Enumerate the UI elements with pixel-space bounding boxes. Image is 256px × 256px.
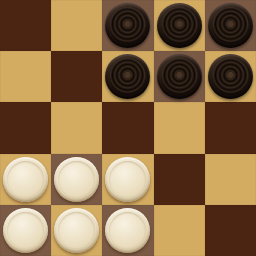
light-checker-piece[interactable]	[105, 157, 150, 202]
board-square[interactable]	[0, 205, 51, 256]
board-square[interactable]	[154, 0, 205, 51]
board-square[interactable]	[205, 51, 256, 102]
dark-checker-piece[interactable]	[208, 54, 253, 99]
board-square[interactable]	[51, 0, 102, 51]
light-checker-piece[interactable]	[3, 208, 48, 253]
board-square[interactable]	[0, 154, 51, 205]
board-square[interactable]	[0, 0, 51, 51]
light-checker-piece[interactable]	[54, 157, 99, 202]
dark-checker-piece[interactable]	[157, 3, 202, 48]
light-checker-piece[interactable]	[3, 157, 48, 202]
board-square[interactable]	[154, 205, 205, 256]
board-square[interactable]	[51, 102, 102, 153]
board-square[interactable]	[102, 154, 153, 205]
board-square[interactable]	[102, 205, 153, 256]
light-checker-piece[interactable]	[54, 208, 99, 253]
dark-checker-piece[interactable]	[208, 3, 253, 48]
dark-checker-piece[interactable]	[105, 54, 150, 99]
board-square[interactable]	[0, 102, 51, 153]
board-square[interactable]	[205, 205, 256, 256]
board-square[interactable]	[51, 51, 102, 102]
board-square[interactable]	[51, 154, 102, 205]
board-square[interactable]	[205, 154, 256, 205]
board-square[interactable]	[102, 0, 153, 51]
board-square[interactable]	[102, 102, 153, 153]
light-checker-piece[interactable]	[105, 208, 150, 253]
dark-checker-piece[interactable]	[157, 54, 202, 99]
board-square[interactable]	[0, 51, 51, 102]
dark-checker-piece[interactable]	[105, 3, 150, 48]
board-square[interactable]	[205, 0, 256, 51]
board-square[interactable]	[102, 51, 153, 102]
checkers-board	[0, 0, 256, 256]
board-square[interactable]	[51, 205, 102, 256]
board-square[interactable]	[154, 51, 205, 102]
board-square[interactable]	[154, 102, 205, 153]
board-square[interactable]	[205, 102, 256, 153]
board-square[interactable]	[154, 154, 205, 205]
